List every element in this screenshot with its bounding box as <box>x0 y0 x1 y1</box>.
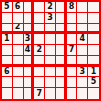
cell-r2c3[interactable] <box>24 13 35 24</box>
cell-r7c9[interactable]: 1 <box>88 67 99 78</box>
cell-r4c7[interactable] <box>67 34 78 45</box>
cell-r3c3[interactable] <box>24 24 35 35</box>
cell-r4c8[interactable]: 4 <box>77 34 88 45</box>
cell-r9c6[interactable] <box>56 88 67 99</box>
given-digit: 7 <box>36 90 42 98</box>
given-digit: 2 <box>47 3 53 11</box>
cell-r1c2[interactable]: 6 <box>13 2 24 13</box>
cell-r8c9[interactable]: 5 <box>88 77 99 88</box>
cell-r7c1[interactable]: 6 <box>2 67 13 78</box>
cell-r6c9[interactable] <box>88 56 99 67</box>
cell-r4c2[interactable] <box>13 34 24 45</box>
cell-r4c5[interactable] <box>45 34 56 45</box>
cell-r6c2[interactable] <box>13 56 24 67</box>
cell-r2c8[interactable] <box>77 13 88 24</box>
cell-r9c4[interactable]: 7 <box>34 88 45 99</box>
cell-r3c4[interactable] <box>34 24 45 35</box>
cell-r2c9[interactable] <box>88 13 99 24</box>
given-digit: 6 <box>15 3 21 11</box>
cell-r8c5[interactable] <box>45 77 56 88</box>
cell-r2c4[interactable] <box>34 13 45 24</box>
cell-r1c9[interactable] <box>88 2 99 13</box>
cell-r5c3[interactable]: 4 <box>24 45 35 56</box>
cell-r5c7[interactable]: 7 <box>67 45 78 56</box>
cell-r9c3[interactable] <box>24 88 35 99</box>
cell-r9c5[interactable] <box>45 88 56 99</box>
cell-r3c8[interactable] <box>77 24 88 35</box>
cell-r5c8[interactable] <box>77 45 88 56</box>
cell-r2c2[interactable] <box>13 13 24 24</box>
cell-r5c9[interactable] <box>88 45 99 56</box>
cell-r5c6[interactable] <box>56 45 67 56</box>
cell-r4c9[interactable] <box>88 34 99 45</box>
cell-r2c7[interactable] <box>67 13 78 24</box>
cell-r2c5[interactable]: 3 <box>45 13 56 24</box>
cell-r5c2[interactable] <box>13 45 24 56</box>
given-digit: 4 <box>80 35 86 43</box>
cell-r8c2[interactable] <box>13 77 24 88</box>
given-digit: 1 <box>4 35 10 43</box>
cell-r4c3[interactable]: 3 <box>24 34 35 45</box>
cell-r3c9[interactable] <box>88 24 99 35</box>
cell-r1c5[interactable]: 2 <box>45 2 56 13</box>
cell-r4c4[interactable] <box>34 34 45 45</box>
cell-r6c4[interactable] <box>34 56 45 67</box>
cell-r7c3[interactable] <box>24 67 35 78</box>
cell-r7c4[interactable] <box>34 67 45 78</box>
given-digit: 7 <box>69 46 75 54</box>
cell-r7c7[interactable] <box>67 67 78 78</box>
cell-r8c7[interactable] <box>67 77 78 88</box>
cell-r7c6[interactable] <box>56 67 67 78</box>
cell-r2c1[interactable] <box>2 13 13 24</box>
cell-r3c2[interactable]: 2 <box>13 24 24 35</box>
cell-r4c6[interactable] <box>56 34 67 45</box>
sudoku-grid: 56283213442763157 <box>0 0 101 101</box>
cell-r1c6[interactable] <box>56 2 67 13</box>
cell-r5c4[interactable]: 2 <box>34 45 45 56</box>
given-digit: 5 <box>91 78 97 86</box>
cell-r8c1[interactable] <box>2 77 13 88</box>
cell-r1c1[interactable]: 5 <box>2 2 13 13</box>
cell-r9c8[interactable] <box>77 88 88 99</box>
cell-r3c7[interactable] <box>67 24 78 35</box>
cell-r8c8[interactable] <box>77 77 88 88</box>
given-digit: 3 <box>25 35 31 43</box>
cell-r5c5[interactable] <box>45 45 56 56</box>
given-digit: 6 <box>4 68 10 76</box>
cell-r8c3[interactable] <box>24 77 35 88</box>
given-digit: 5 <box>4 3 10 11</box>
given-digit: 3 <box>80 68 86 76</box>
cell-r2c6[interactable] <box>56 13 67 24</box>
given-digit: 1 <box>91 68 97 76</box>
cell-r6c6[interactable] <box>56 56 67 67</box>
given-digit: 2 <box>36 46 42 54</box>
cell-r9c9[interactable] <box>88 88 99 99</box>
cell-r3c6[interactable] <box>56 24 67 35</box>
cell-r6c8[interactable] <box>77 56 88 67</box>
cell-r8c4[interactable] <box>34 77 45 88</box>
given-digit: 3 <box>47 14 53 22</box>
cell-r7c5[interactable] <box>45 67 56 78</box>
cell-r9c2[interactable] <box>13 88 24 99</box>
cell-r8c6[interactable] <box>56 77 67 88</box>
cell-r6c7[interactable] <box>67 56 78 67</box>
given-digit: 4 <box>25 46 31 54</box>
cell-r1c8[interactable] <box>77 2 88 13</box>
cell-r6c1[interactable] <box>2 56 13 67</box>
cell-r3c1[interactable] <box>2 24 13 35</box>
given-digit: 8 <box>69 3 75 11</box>
cell-r6c3[interactable] <box>24 56 35 67</box>
cell-r5c1[interactable] <box>2 45 13 56</box>
cell-r1c4[interactable] <box>34 2 45 13</box>
cell-r7c2[interactable] <box>13 67 24 78</box>
cell-r4c1[interactable]: 1 <box>2 34 13 45</box>
cell-r1c7[interactable]: 8 <box>67 2 78 13</box>
cell-r3c5[interactable] <box>45 24 56 35</box>
cell-r7c8[interactable]: 3 <box>77 67 88 78</box>
cell-r6c5[interactable] <box>45 56 56 67</box>
cell-r9c1[interactable] <box>2 88 13 99</box>
given-digit: 2 <box>15 24 21 32</box>
cell-r9c7[interactable] <box>67 88 78 99</box>
cell-r1c3[interactable] <box>24 2 35 13</box>
